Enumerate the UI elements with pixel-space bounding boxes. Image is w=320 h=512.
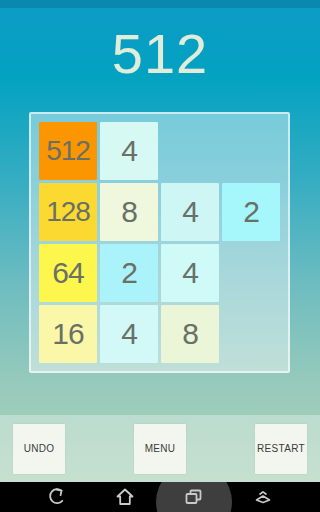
recents-icon[interactable] (182, 486, 204, 508)
undo-button[interactable]: UNDO (13, 424, 65, 474)
tile-64-r2c0: 64 (39, 244, 97, 302)
game-screen: 512 512412884264241648 UNDO MENU RESTART (0, 0, 320, 512)
tile-2-r1c3: 2 (222, 183, 280, 241)
button-bar: UNDO MENU RESTART (0, 415, 320, 482)
board-grid[interactable]: 512412884264241648 (39, 122, 280, 363)
highest-tile-title: 512 (0, 22, 320, 86)
tile-4-r2c2: 4 (161, 244, 219, 302)
tile-4-r1c2: 4 (161, 183, 219, 241)
board: 512412884264241648 (29, 112, 290, 373)
tile-8-r1c1: 8 (100, 183, 158, 241)
menu-button[interactable]: MENU (134, 424, 186, 474)
tile-16-r3c0: 16 (39, 305, 97, 363)
restart-button[interactable]: RESTART (255, 424, 307, 474)
tile-128-r1c0: 128 (39, 183, 97, 241)
tile-4-r3c1: 4 (100, 305, 158, 363)
empty-cell-r0c3 (222, 122, 280, 180)
tile-8-r3c2: 8 (161, 305, 219, 363)
tile-4-r0c1: 4 (100, 122, 158, 180)
status-bar (0, 0, 320, 8)
back-icon[interactable] (46, 486, 68, 508)
empty-cell-r3c3 (222, 305, 280, 363)
android-nav-bar (0, 482, 320, 512)
empty-cell-r2c3 (222, 244, 280, 302)
small-apps-icon[interactable] (252, 486, 274, 508)
empty-cell-r0c2 (161, 122, 219, 180)
tile-2-r2c1: 2 (100, 244, 158, 302)
tile-512-r0c0: 512 (39, 122, 97, 180)
home-icon[interactable] (114, 486, 136, 508)
